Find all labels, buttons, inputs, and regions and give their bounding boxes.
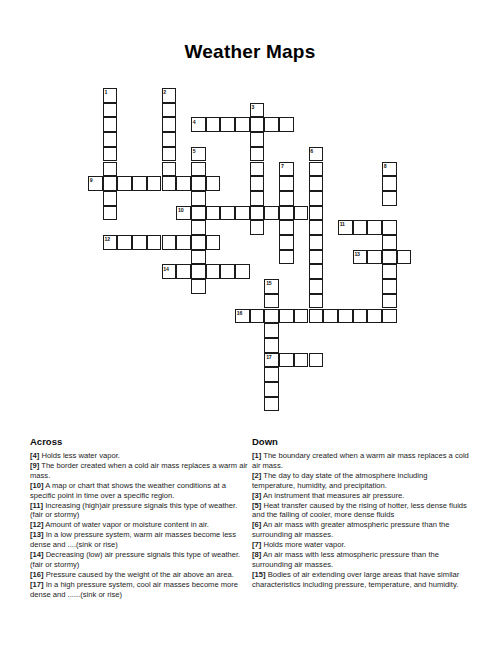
- cell-r6c11[interactable]: [250, 176, 265, 191]
- cell-r9c20[interactable]: [382, 220, 397, 235]
- cell-r5c7[interactable]: [191, 162, 206, 177]
- clue-across-16: [16] Pressure caused by the weight of th…: [30, 570, 251, 580]
- cell-r15c18[interactable]: [353, 309, 368, 324]
- cell-r11c18[interactable]: 13: [353, 250, 368, 265]
- cell-r15c14[interactable]: [294, 309, 309, 324]
- cell-r2c13[interactable]: [279, 117, 294, 132]
- cell-r21c12[interactable]: [264, 397, 279, 412]
- clue-number-14: 14: [163, 266, 168, 272]
- cell-r8c14[interactable]: [294, 206, 309, 221]
- cell-r14c20[interactable]: [382, 294, 397, 309]
- cell-r5c20[interactable]: 8: [382, 162, 397, 177]
- clue-across-14: [14] Decreasing (low) air pressure signa…: [30, 550, 251, 570]
- clue-down-3: [3] An instrument that measures air pres…: [252, 491, 470, 501]
- clue-across-4: [4] Holds less water vapor.: [30, 451, 251, 461]
- cell-r10c4[interactable]: [147, 235, 162, 250]
- cell-r5c5[interactable]: [162, 162, 177, 177]
- cell-r7c7[interactable]: [191, 191, 206, 206]
- cell-r15c16[interactable]: [323, 309, 338, 324]
- clue-down-15: [15] Bodies of air extending over large …: [252, 570, 470, 590]
- across-header: Across: [30, 436, 251, 447]
- cell-r8c1[interactable]: [103, 206, 118, 221]
- cell-r15c10[interactable]: 16: [235, 309, 250, 324]
- clue-down-1: [1] The boundary created when a warm air…: [252, 451, 470, 471]
- cell-r13c12[interactable]: 15: [264, 279, 279, 294]
- cell-r8c15[interactable]: [309, 206, 324, 221]
- cell-r9c19[interactable]: [367, 220, 382, 235]
- cell-r6c15[interactable]: [309, 176, 324, 191]
- cell-r10c15[interactable]: [309, 235, 324, 250]
- clue-number-12: 12: [104, 236, 109, 242]
- cell-r10c20[interactable]: [382, 235, 397, 250]
- clue-across-13: [13] In a low pressure system, warm air …: [30, 530, 251, 550]
- clue-number-11: 11: [340, 221, 345, 227]
- cell-r15c12[interactable]: [264, 309, 279, 324]
- cell-r19c12[interactable]: [264, 367, 279, 382]
- cell-r7c15[interactable]: [309, 191, 324, 206]
- cell-r12c5[interactable]: 14: [162, 264, 177, 279]
- cell-r13c20[interactable]: [382, 279, 397, 294]
- cell-r2c12[interactable]: [264, 117, 279, 132]
- cell-r11c13[interactable]: [279, 250, 294, 265]
- clue-number-3: 3: [251, 104, 254, 110]
- cell-r9c13[interactable]: [279, 220, 294, 235]
- cell-r0c1[interactable]: 1: [103, 88, 118, 103]
- cell-r2c9[interactable]: [220, 117, 235, 132]
- cell-r11c19[interactable]: [367, 250, 382, 265]
- cell-r7c1[interactable]: [103, 191, 118, 206]
- cell-r15c17[interactable]: [338, 309, 353, 324]
- cell-r7c20[interactable]: [382, 191, 397, 206]
- clue-number-2: 2: [163, 89, 166, 95]
- clue-number-16: 16: [237, 310, 242, 316]
- cell-r2c5[interactable]: [162, 117, 177, 132]
- cell-r12c15[interactable]: [309, 264, 324, 279]
- cell-r11c21[interactable]: [397, 250, 412, 265]
- cell-r2c11[interactable]: [250, 117, 265, 132]
- cell-r11c15[interactable]: [309, 250, 324, 265]
- clue-number-17: 17: [266, 354, 271, 360]
- cell-r15c13[interactable]: [279, 309, 294, 324]
- cell-r10c5[interactable]: [162, 235, 177, 250]
- clue-number-10: 10: [178, 207, 183, 213]
- cell-r8c11[interactable]: [250, 206, 265, 221]
- cell-r6c20[interactable]: [382, 176, 397, 191]
- cell-r9c17[interactable]: 11: [338, 220, 353, 235]
- cell-r4c15[interactable]: 6: [309, 147, 324, 162]
- cell-r4c11[interactable]: [250, 147, 265, 162]
- cell-r17c12[interactable]: [264, 338, 279, 353]
- puzzle-title: Weather Maps: [0, 41, 500, 63]
- clue-number-9: 9: [90, 177, 93, 183]
- cell-r2c8[interactable]: [206, 117, 221, 132]
- cell-r7c11[interactable]: [250, 191, 265, 206]
- clue-down-5: [5] Heat transfer caused by the rising o…: [252, 501, 470, 521]
- clue-number-5: 5: [193, 148, 196, 154]
- cell-r4c1[interactable]: [103, 147, 118, 162]
- cell-r1c5[interactable]: [162, 103, 177, 118]
- clue-number-13: 13: [354, 251, 359, 257]
- clue-across-11: [11] Increasing (high)air pressure signa…: [30, 501, 251, 521]
- cell-r10c7[interactable]: [191, 235, 206, 250]
- cell-r18c13[interactable]: [279, 353, 294, 368]
- cell-r6c3[interactable]: [132, 176, 147, 191]
- cell-r11c20[interactable]: [382, 250, 397, 265]
- cell-r6c0[interactable]: 9: [88, 176, 103, 191]
- clue-number-7: 7: [281, 163, 284, 169]
- cell-r6c5[interactable]: [162, 176, 177, 191]
- cell-r9c7[interactable]: [191, 220, 206, 235]
- cell-r18c12[interactable]: 17: [264, 353, 279, 368]
- cell-r14c15[interactable]: [309, 294, 324, 309]
- across-clue-list: [4] Holds less water vapor.[9] The borde…: [30, 451, 251, 600]
- clue-down-6: [6] An air mass with greater atmospheric…: [252, 520, 470, 540]
- cell-r2c10[interactable]: [235, 117, 250, 132]
- cell-r8c7[interactable]: [191, 206, 206, 221]
- clue-across-9: [9] The border created when a cold air m…: [30, 461, 251, 481]
- cell-r14c12[interactable]: [264, 294, 279, 309]
- cell-r8c9[interactable]: [220, 206, 235, 221]
- cell-r5c15[interactable]: [309, 162, 324, 177]
- cell-r6c13[interactable]: [279, 176, 294, 191]
- clue-number-8: 8: [384, 163, 387, 169]
- down-clue-list: [1] The boundary created when a warm air…: [252, 451, 470, 590]
- clue-number-6: 6: [310, 148, 313, 154]
- cell-r12c8[interactable]: [206, 264, 221, 279]
- clue-down-8: [8] An air mass with less atmospheric pr…: [252, 550, 470, 570]
- clue-across-17: [17] In a high pressure system, cool air…: [30, 580, 251, 600]
- cell-r9c15[interactable]: [309, 220, 324, 235]
- clue-down-7: [7] Holds more water vapor.: [252, 540, 470, 550]
- cell-r0c5[interactable]: 2: [162, 88, 177, 103]
- cell-r4c5[interactable]: [162, 147, 177, 162]
- cell-r12c9[interactable]: [220, 264, 235, 279]
- cell-r10c6[interactable]: [176, 235, 191, 250]
- cell-r15c20[interactable]: [382, 309, 397, 324]
- cell-r3c1[interactable]: [103, 132, 118, 147]
- cell-r6c7[interactable]: [191, 176, 206, 191]
- clue-number-4: 4: [193, 119, 196, 125]
- cell-r1c1[interactable]: [103, 103, 118, 118]
- cell-r15c19[interactable]: [367, 309, 382, 324]
- crossword-grid: 1234567891011121314151617: [88, 88, 412, 412]
- cell-r10c8[interactable]: [206, 235, 221, 250]
- down-clues-section: Down [1] The boundary created when a war…: [252, 436, 470, 590]
- cell-r15c11[interactable]: [250, 309, 265, 324]
- cell-r15c15[interactable]: [309, 309, 324, 324]
- cell-r6c6[interactable]: [176, 176, 191, 191]
- cell-r12c20[interactable]: [382, 264, 397, 279]
- cell-r18c15[interactable]: [309, 353, 324, 368]
- cell-r6c2[interactable]: [117, 176, 132, 191]
- cell-r6c8[interactable]: [206, 176, 221, 191]
- clue-down-2: [2] The day to day state of the atmosphe…: [252, 471, 470, 491]
- cell-r20c12[interactable]: [264, 382, 279, 397]
- crossword-page: { "game": "crossword", "title": "Weather…: [0, 0, 500, 647]
- across-clues-section: Across [4] Holds less water vapor.[9] Th…: [30, 436, 251, 600]
- cell-r12c6[interactable]: [176, 264, 191, 279]
- cell-r8c13[interactable]: [279, 206, 294, 221]
- clue-across-10: [10] A map or chart that shows the weath…: [30, 481, 251, 501]
- cell-r12c10[interactable]: [235, 264, 250, 279]
- cell-r10c2[interactable]: [117, 235, 132, 250]
- cell-r13c7[interactable]: [191, 279, 206, 294]
- cell-r8c8[interactable]: [206, 206, 221, 221]
- cell-r11c7[interactable]: [191, 250, 206, 265]
- cell-r8c6[interactable]: 10: [176, 206, 191, 221]
- cell-r18c14[interactable]: [294, 353, 309, 368]
- cell-r10c1[interactable]: 12: [103, 235, 118, 250]
- cell-r7c13[interactable]: [279, 191, 294, 206]
- cell-r5c11[interactable]: [250, 162, 265, 177]
- cell-r5c1[interactable]: [103, 162, 118, 177]
- cell-r9c11[interactable]: [250, 220, 265, 235]
- cell-r9c18[interactable]: [353, 220, 368, 235]
- cell-r10c3[interactable]: [132, 235, 147, 250]
- clue-number-1: 1: [104, 89, 107, 95]
- cell-r8c10[interactable]: [235, 206, 250, 221]
- clue-across-12: [12] Amount of water vapor or moisture c…: [30, 520, 251, 530]
- clue-number-15: 15: [266, 280, 271, 286]
- cell-r3c5[interactable]: [162, 132, 177, 147]
- cell-r10c13[interactable]: [279, 235, 294, 250]
- cell-r2c7[interactable]: 4: [191, 117, 206, 132]
- cell-r3c11[interactable]: [250, 132, 265, 147]
- cell-r2c1[interactable]: [103, 117, 118, 132]
- cell-r1c11[interactable]: 3: [250, 103, 265, 118]
- cell-r6c4[interactable]: [147, 176, 162, 191]
- cell-r8c12[interactable]: [264, 206, 279, 221]
- cell-r5c13[interactable]: 7: [279, 162, 294, 177]
- down-header: Down: [252, 436, 470, 447]
- cell-r12c7[interactable]: [191, 264, 206, 279]
- cell-r16c12[interactable]: [264, 323, 279, 338]
- cell-r6c1[interactable]: [103, 176, 118, 191]
- cell-r13c15[interactable]: [309, 279, 324, 294]
- cell-r4c7[interactable]: 5: [191, 147, 206, 162]
